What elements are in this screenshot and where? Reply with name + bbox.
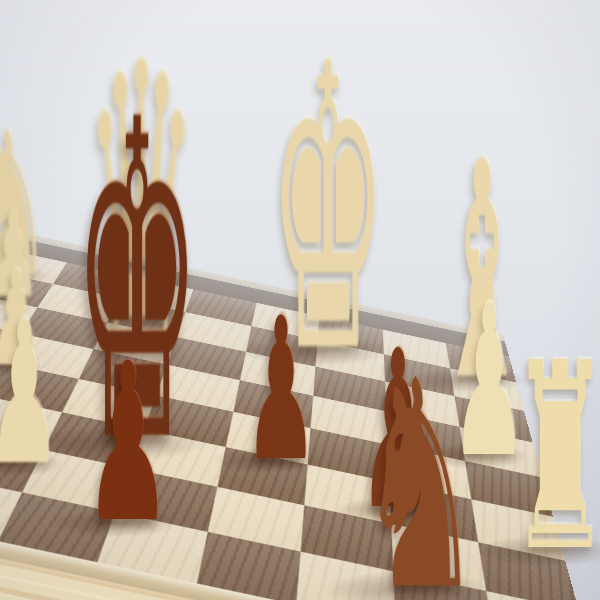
white-pawn-4: ♟: [0, 321, 61, 466]
black-knight: ♞: [357, 383, 483, 592]
white-rook: ♜: [510, 365, 600, 553]
black-pawn-1: ♟: [244, 318, 318, 462]
chess-photo-stage: ♞♟♛♚♟♝♚♟♟♟♟♟♜♞: [0, 0, 600, 600]
black-pawn-3: ♟: [84, 365, 172, 525]
